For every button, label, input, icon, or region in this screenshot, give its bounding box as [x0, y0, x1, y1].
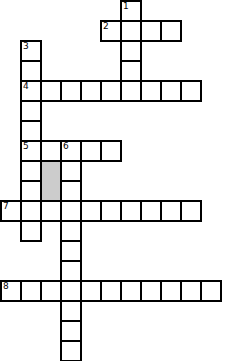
cell-r10-c5[interactable]	[100, 200, 122, 222]
highlight-cell-r8-c2[interactable]	[40, 160, 62, 202]
cell-r1-c7[interactable]	[140, 20, 162, 42]
cell-r10-c2[interactable]	[40, 200, 62, 222]
cell-r4-c7[interactable]	[140, 80, 162, 102]
crossword-puzzle: 12345678	[0, 0, 241, 361]
cell-r7-c1[interactable]	[20, 140, 42, 162]
cell-r8-c1[interactable]	[20, 160, 42, 182]
cell-r14-c6[interactable]	[120, 280, 142, 302]
cell-r10-c8[interactable]	[160, 200, 182, 222]
cell-r3-c1[interactable]	[20, 60, 42, 82]
cell-r14-c9[interactable]	[180, 280, 202, 302]
cell-r14-c3[interactable]	[60, 280, 82, 302]
cell-r4-c3[interactable]	[60, 80, 82, 102]
cell-r14-c4[interactable]	[80, 280, 102, 302]
cell-r14-c5[interactable]	[100, 280, 122, 302]
cell-r10-c7[interactable]	[140, 200, 162, 222]
cell-r1-c6[interactable]	[120, 20, 142, 42]
cell-r7-c3[interactable]	[60, 140, 82, 162]
cell-r11-c1[interactable]	[20, 220, 42, 242]
cell-r0-c6[interactable]	[120, 0, 142, 22]
cell-r8-c3[interactable]	[60, 160, 82, 182]
cell-r9-c1[interactable]	[20, 180, 42, 202]
cell-r13-c3[interactable]	[60, 260, 82, 282]
cell-r4-c5[interactable]	[100, 80, 122, 102]
cell-r7-c4[interactable]	[80, 140, 102, 162]
cell-r10-c0[interactable]	[0, 200, 22, 222]
cell-r10-c1[interactable]	[20, 200, 42, 222]
cell-r4-c8[interactable]	[160, 80, 182, 102]
cell-r1-c5[interactable]	[100, 20, 122, 42]
crossword-board: 12345678	[0, 0, 241, 361]
cell-r17-c3[interactable]	[60, 340, 82, 361]
cell-r12-c3[interactable]	[60, 240, 82, 262]
cell-r4-c1[interactable]	[20, 80, 42, 102]
cell-r14-c10[interactable]	[200, 280, 222, 302]
cell-r14-c2[interactable]	[40, 280, 62, 302]
cell-r4-c4[interactable]	[80, 80, 102, 102]
cell-r14-c1[interactable]	[20, 280, 42, 302]
cell-r16-c3[interactable]	[60, 320, 82, 342]
cell-r15-c3[interactable]	[60, 300, 82, 322]
cell-r10-c9[interactable]	[180, 200, 202, 222]
cell-r10-c3[interactable]	[60, 200, 82, 222]
cell-r4-c6[interactable]	[120, 80, 142, 102]
cell-r10-c6[interactable]	[120, 200, 142, 222]
cell-r1-c8[interactable]	[160, 20, 182, 42]
cell-r5-c1[interactable]	[20, 100, 42, 122]
cell-r4-c9[interactable]	[180, 80, 202, 102]
cell-r9-c3[interactable]	[60, 180, 82, 202]
cell-r14-c7[interactable]	[140, 280, 162, 302]
cell-r2-c1[interactable]	[20, 40, 42, 62]
cell-r6-c1[interactable]	[20, 120, 42, 142]
cell-r10-c4[interactable]	[80, 200, 102, 222]
cell-r3-c6[interactable]	[120, 60, 142, 82]
cell-r14-c0[interactable]	[0, 280, 22, 302]
cell-r4-c2[interactable]	[40, 80, 62, 102]
cell-r2-c6[interactable]	[120, 40, 142, 62]
cell-r7-c5[interactable]	[100, 140, 122, 162]
cell-r11-c3[interactable]	[60, 220, 82, 242]
cell-r14-c8[interactable]	[160, 280, 182, 302]
cell-r7-c2[interactable]	[40, 140, 62, 162]
